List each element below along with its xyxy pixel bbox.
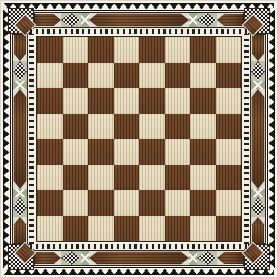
square-g4[interactable] [190,139,216,165]
square-f1[interactable] [165,216,191,242]
square-h3[interactable] [216,165,242,191]
square-h4[interactable] [216,139,242,165]
square-d8[interactable] [114,37,140,63]
inlay-x-motif [81,13,89,27]
wood-inlay-tongue-long [89,251,189,265]
square-g7[interactable] [190,63,216,89]
square-g1[interactable] [190,216,216,242]
square-f7[interactable] [165,63,191,89]
square-g3[interactable] [190,165,216,191]
wood-inlay-tongue-long [89,13,189,27]
wood-inlay-tongue [217,251,243,265]
sawtooth-border-bottom [4,267,274,275]
ornament-band-bottom [34,250,244,266]
square-a6[interactable] [37,88,63,114]
dotted-band-bottom [30,244,248,249]
wood-inlay-tongue [251,35,265,61]
square-e7[interactable] [139,63,165,89]
square-f2[interactable] [165,190,191,216]
square-c2[interactable] [88,190,114,216]
ornament-band-right [250,34,266,244]
dotted-band-top [30,29,248,34]
wood-inlay-tongue [217,13,243,27]
square-b7[interactable] [63,63,89,89]
square-e3[interactable] [139,165,165,191]
wood-inlay-tongue-long [251,89,265,189]
square-d2[interactable] [114,190,140,216]
square-f8[interactable] [165,37,191,63]
sawtooth-border-right [267,10,275,268]
square-h1[interactable] [216,216,242,242]
inlay-x-motif [189,13,197,27]
square-e1[interactable] [139,216,165,242]
square-a1[interactable] [37,216,63,242]
wood-inlay-tongue-long [13,89,27,189]
square-h8[interactable] [216,37,242,63]
square-g2[interactable] [190,190,216,216]
square-c7[interactable] [88,63,114,89]
sawtooth-border-top [4,3,274,11]
square-g5[interactable] [190,114,216,140]
square-b5[interactable] [63,114,89,140]
square-c8[interactable] [88,37,114,63]
inlay-x-motif [81,251,89,265]
square-f5[interactable] [165,114,191,140]
square-d4[interactable] [114,139,140,165]
mosaic-diamond [251,61,265,81]
square-e6[interactable] [139,88,165,114]
square-c1[interactable] [88,216,114,242]
wood-inlay-tongue [35,251,61,265]
square-g8[interactable] [190,37,216,63]
inlay-x-motif [251,81,265,89]
square-c6[interactable] [88,88,114,114]
square-b3[interactable] [63,165,89,191]
square-b8[interactable] [63,37,89,63]
square-c3[interactable] [88,165,114,191]
wood-inlay-tongue [13,217,27,243]
ornament-band-top [34,12,244,28]
inlay-x-motif [189,251,197,265]
square-b4[interactable] [63,139,89,165]
square-b2[interactable] [63,190,89,216]
wood-inlay-tongue [13,35,27,61]
square-d5[interactable] [114,114,140,140]
square-d6[interactable] [114,88,140,114]
square-h7[interactable] [216,63,242,89]
mosaic-diamond [251,197,265,217]
mosaic-diamond [61,251,81,265]
wood-inlay-tongue [251,217,265,243]
ornament-band-left [12,34,28,244]
square-h5[interactable] [216,114,242,140]
inlay-x-motif [13,189,27,197]
square-g6[interactable] [190,88,216,114]
square-d1[interactable] [114,216,140,242]
board [36,36,242,242]
square-f3[interactable] [165,165,191,191]
square-f4[interactable] [165,139,191,165]
square-a2[interactable] [37,190,63,216]
square-e4[interactable] [139,139,165,165]
square-a4[interactable] [37,139,63,165]
mosaic-diamond [13,61,27,81]
square-e8[interactable] [139,37,165,63]
dotted-band-left [29,34,34,244]
square-e2[interactable] [139,190,165,216]
square-d7[interactable] [114,63,140,89]
square-b1[interactable] [63,216,89,242]
square-f6[interactable] [165,88,191,114]
square-d3[interactable] [114,165,140,191]
dotted-band-right [244,34,249,244]
square-c4[interactable] [88,139,114,165]
mosaic-diamond [197,13,217,27]
square-e5[interactable] [139,114,165,140]
mosaic-diamond [197,251,217,265]
square-b6[interactable] [63,88,89,114]
square-a5[interactable] [37,114,63,140]
square-a8[interactable] [37,37,63,63]
inlay-x-motif [251,189,265,197]
square-h6[interactable] [216,88,242,114]
inlay-x-motif [13,81,27,89]
mosaic-diamond [61,13,81,27]
mosaic-diamond [13,197,27,217]
square-c5[interactable] [88,114,114,140]
chessboard-photo [0,0,278,278]
square-a3[interactable] [37,165,63,191]
sawtooth-border-left [3,10,11,268]
square-a7[interactable] [37,63,63,89]
wood-inlay-tongue [35,13,61,27]
square-h2[interactable] [216,190,242,216]
